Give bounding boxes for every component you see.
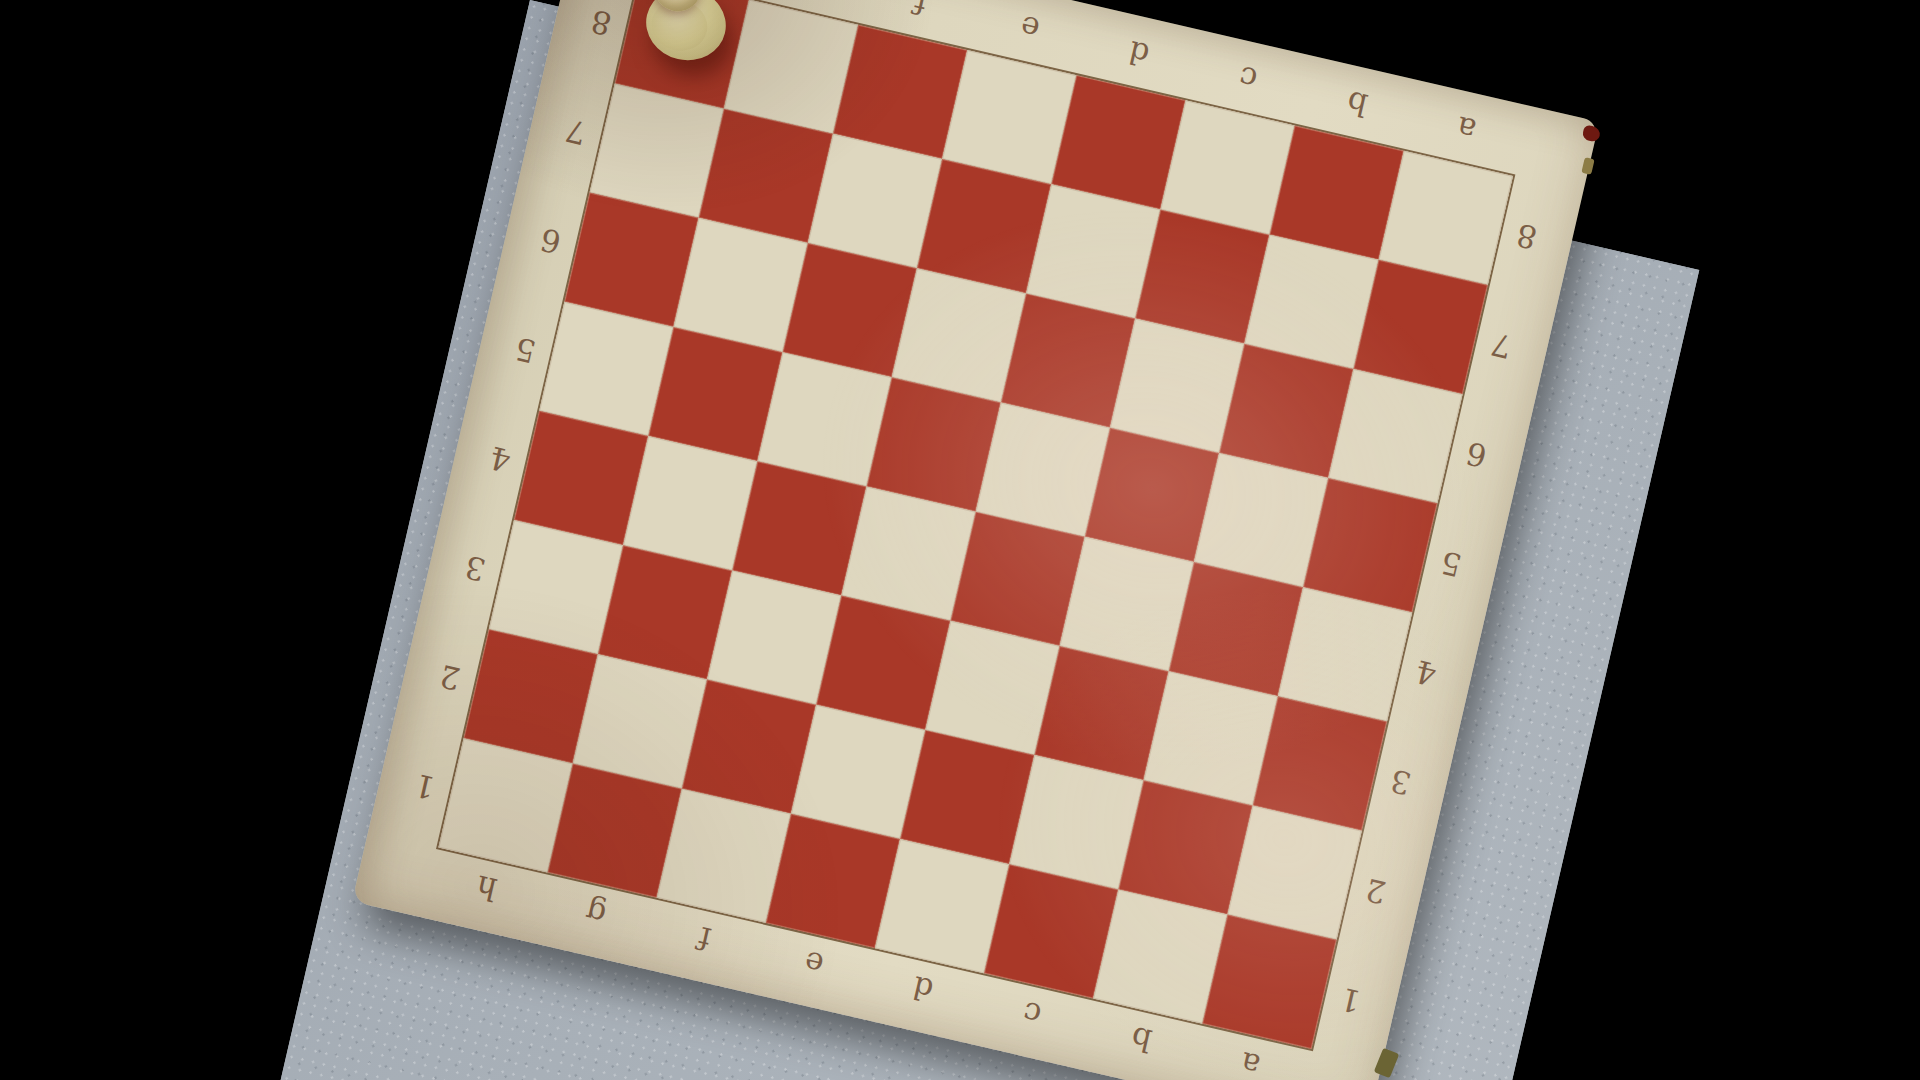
square-a1[interactable] [1202, 915, 1336, 1049]
chess-board: hgfedcba hgfedcba 87654321 87654321 ♙ [352, 0, 1599, 1080]
scene: hgfedcba hgfedcba 87654321 87654321 ♙ [0, 0, 1920, 1080]
board-edge-chip [1581, 157, 1594, 175]
board-grid: ♙ [436, 0, 1515, 1051]
